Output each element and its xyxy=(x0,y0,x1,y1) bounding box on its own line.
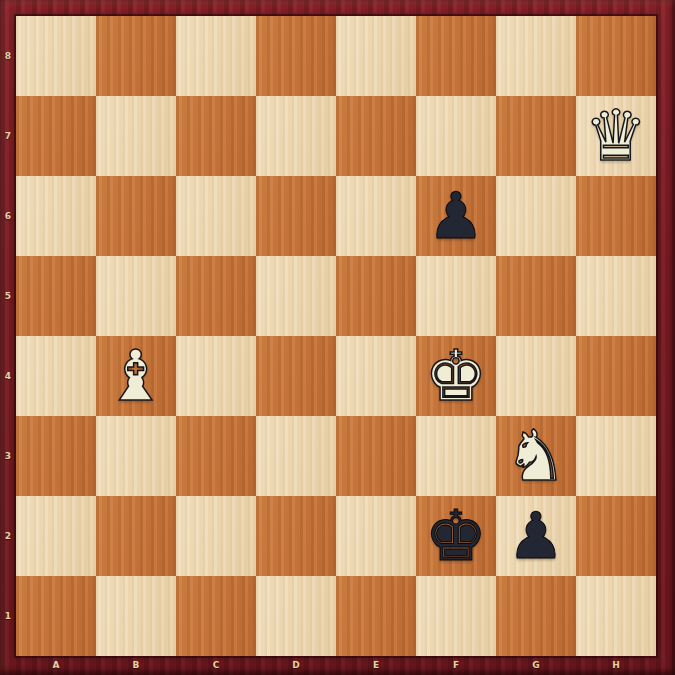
square-h1[interactable] xyxy=(576,576,656,656)
file-label-h: H xyxy=(576,656,656,675)
square-b5[interactable] xyxy=(96,256,176,336)
rank-label-2: 2 xyxy=(0,496,16,576)
square-d5[interactable] xyxy=(256,256,336,336)
square-b2[interactable] xyxy=(96,496,176,576)
square-h4[interactable] xyxy=(576,336,656,416)
square-c1[interactable] xyxy=(176,576,256,656)
square-a1[interactable] xyxy=(16,576,96,656)
file-label-b: B xyxy=(96,656,176,675)
square-b1[interactable] xyxy=(96,576,176,656)
square-d3[interactable] xyxy=(256,416,336,496)
square-f4[interactable]: ♚ xyxy=(416,336,496,416)
white-queen-h7[interactable]: ♛ xyxy=(576,96,656,176)
square-c7[interactable] xyxy=(176,96,256,176)
black-pawn-g2[interactable]: ♟ xyxy=(496,496,576,576)
white-bishop-b4[interactable]: ♝ xyxy=(96,336,176,416)
chessboard: ♛♟♝♚♞♚♟ xyxy=(16,16,656,656)
square-c8[interactable] xyxy=(176,16,256,96)
rank-label-8: 8 xyxy=(0,16,16,96)
square-a8[interactable] xyxy=(16,16,96,96)
square-c4[interactable] xyxy=(176,336,256,416)
square-f7[interactable] xyxy=(416,96,496,176)
square-g4[interactable] xyxy=(496,336,576,416)
white-knight-g3[interactable]: ♞ xyxy=(496,416,576,496)
file-label-f: F xyxy=(416,656,496,675)
square-a3[interactable] xyxy=(16,416,96,496)
rank-label-1: 1 xyxy=(0,576,16,656)
square-h3[interactable] xyxy=(576,416,656,496)
rank-label-6: 6 xyxy=(0,176,16,256)
square-c6[interactable] xyxy=(176,176,256,256)
square-h6[interactable] xyxy=(576,176,656,256)
square-b3[interactable] xyxy=(96,416,176,496)
square-b6[interactable] xyxy=(96,176,176,256)
square-a2[interactable] xyxy=(16,496,96,576)
square-a6[interactable] xyxy=(16,176,96,256)
square-h7[interactable]: ♛ xyxy=(576,96,656,176)
square-g2[interactable]: ♟ xyxy=(496,496,576,576)
square-a5[interactable] xyxy=(16,256,96,336)
square-h5[interactable] xyxy=(576,256,656,336)
file-label-g: G xyxy=(496,656,576,675)
square-g6[interactable] xyxy=(496,176,576,256)
square-f6[interactable]: ♟ xyxy=(416,176,496,256)
square-b8[interactable] xyxy=(96,16,176,96)
square-h8[interactable] xyxy=(576,16,656,96)
file-label-e: E xyxy=(336,656,416,675)
square-d1[interactable] xyxy=(256,576,336,656)
file-label-a: A xyxy=(16,656,96,675)
square-e2[interactable] xyxy=(336,496,416,576)
chess-app: ♛♟♝♚♞♚♟ 87654321ABCDEFGH xyxy=(0,0,675,675)
square-g3[interactable]: ♞ xyxy=(496,416,576,496)
square-g5[interactable] xyxy=(496,256,576,336)
square-g7[interactable] xyxy=(496,96,576,176)
square-d6[interactable] xyxy=(256,176,336,256)
square-e6[interactable] xyxy=(336,176,416,256)
square-g1[interactable] xyxy=(496,576,576,656)
square-d8[interactable] xyxy=(256,16,336,96)
square-b4[interactable]: ♝ xyxy=(96,336,176,416)
square-f5[interactable] xyxy=(416,256,496,336)
square-g8[interactable] xyxy=(496,16,576,96)
file-label-c: C xyxy=(176,656,256,675)
square-e4[interactable] xyxy=(336,336,416,416)
square-d2[interactable] xyxy=(256,496,336,576)
square-f2[interactable]: ♚ xyxy=(416,496,496,576)
square-f1[interactable] xyxy=(416,576,496,656)
white-king-f4[interactable]: ♚ xyxy=(416,336,496,416)
black-pawn-f6[interactable]: ♟ xyxy=(416,176,496,256)
square-d4[interactable] xyxy=(256,336,336,416)
square-c2[interactable] xyxy=(176,496,256,576)
square-c5[interactable] xyxy=(176,256,256,336)
square-a7[interactable] xyxy=(16,96,96,176)
square-h2[interactable] xyxy=(576,496,656,576)
black-king-f2[interactable]: ♚ xyxy=(416,496,496,576)
file-label-d: D xyxy=(256,656,336,675)
square-e5[interactable] xyxy=(336,256,416,336)
square-f8[interactable] xyxy=(416,16,496,96)
square-c3[interactable] xyxy=(176,416,256,496)
square-e7[interactable] xyxy=(336,96,416,176)
rank-label-3: 3 xyxy=(0,416,16,496)
square-e1[interactable] xyxy=(336,576,416,656)
rank-label-7: 7 xyxy=(0,96,16,176)
rank-label-5: 5 xyxy=(0,256,16,336)
square-e3[interactable] xyxy=(336,416,416,496)
square-d7[interactable] xyxy=(256,96,336,176)
square-f3[interactable] xyxy=(416,416,496,496)
square-e8[interactable] xyxy=(336,16,416,96)
square-b7[interactable] xyxy=(96,96,176,176)
square-a4[interactable] xyxy=(16,336,96,416)
rank-label-4: 4 xyxy=(0,336,16,416)
